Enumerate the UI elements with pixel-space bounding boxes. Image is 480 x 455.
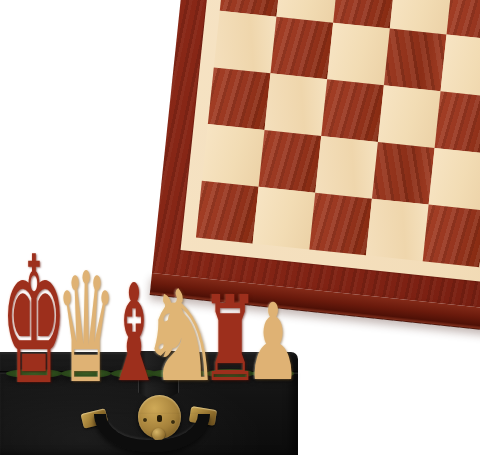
board-square-c4 [327,23,390,86]
board-square-e3 [435,91,480,154]
board-square-e4 [441,35,480,98]
board-square-a4 [214,11,277,74]
board-square-c1 [309,193,372,256]
board-square-b3 [265,73,328,136]
board-square-a1 [196,181,259,244]
board-square-b4 [270,17,333,80]
board-square-e1 [423,205,480,268]
board-square-e2 [429,148,480,211]
board-grid [196,0,480,285]
board-square-d4 [384,29,447,92]
board-square-c3 [321,79,384,142]
board-square-b1 [253,187,316,250]
product-photo-scene: ♚ ♛ ♝ ♞ ♜ ♟ [0,0,480,455]
board-square-d1 [366,199,429,262]
board-square-a3 [208,67,271,130]
board-square-a2 [202,124,265,187]
case-handle [94,414,210,452]
pawn-piece: ♟ [245,290,300,396]
board-square-d2 [372,142,435,205]
board-square-b2 [259,130,322,193]
board-square-d3 [378,85,441,148]
board-inlay-border [181,0,480,301]
board-square-c2 [315,136,378,199]
